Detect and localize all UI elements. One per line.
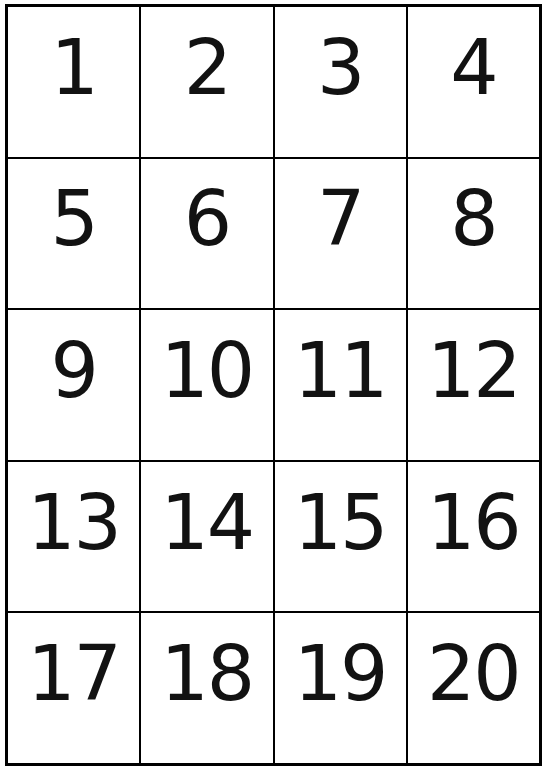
number-label-10: 10 — [161, 333, 254, 409]
number-card-11: 11 — [275, 310, 406, 460]
number-card-19: 19 — [275, 613, 406, 763]
number-label-19: 19 — [294, 636, 387, 712]
number-card-7: 7 — [275, 159, 406, 309]
number-label-4: 4 — [450, 30, 496, 106]
number-card-8: 8 — [408, 159, 539, 309]
number-card-13: 13 — [8, 462, 139, 612]
number-card-5: 5 — [8, 159, 139, 309]
number-card-2: 2 — [141, 7, 272, 157]
number-label-8: 8 — [450, 181, 496, 257]
number-chart-grid: 1 2 3 4 5 6 7 8 9 10 11 12 13 14 15 16 1… — [5, 4, 542, 766]
number-card-18: 18 — [141, 613, 272, 763]
number-card-6: 6 — [141, 159, 272, 309]
number-card-4: 4 — [408, 7, 539, 157]
number-label-5: 5 — [50, 181, 96, 257]
number-card-20: 20 — [408, 613, 539, 763]
number-label-20: 20 — [427, 636, 520, 712]
number-label-18: 18 — [161, 636, 254, 712]
number-card-16: 16 — [408, 462, 539, 612]
number-label-6: 6 — [184, 181, 230, 257]
number-card-12: 12 — [408, 310, 539, 460]
number-card-14: 14 — [141, 462, 272, 612]
number-card-1: 1 — [8, 7, 139, 157]
number-label-7: 7 — [317, 181, 363, 257]
number-label-13: 13 — [27, 485, 120, 561]
number-label-3: 3 — [317, 30, 363, 106]
number-card-9: 9 — [8, 310, 139, 460]
number-label-14: 14 — [161, 485, 254, 561]
number-label-12: 12 — [427, 333, 520, 409]
number-label-2: 2 — [184, 30, 230, 106]
number-card-17: 17 — [8, 613, 139, 763]
number-label-9: 9 — [50, 333, 96, 409]
number-label-17: 17 — [27, 636, 120, 712]
number-card-3: 3 — [275, 7, 406, 157]
number-card-15: 15 — [275, 462, 406, 612]
number-label-15: 15 — [294, 485, 387, 561]
number-card-10: 10 — [141, 310, 272, 460]
number-label-16: 16 — [427, 485, 520, 561]
number-label-11: 11 — [294, 333, 387, 409]
number-chart-page: 1 2 3 4 5 6 7 8 9 10 11 12 13 14 15 16 1… — [0, 0, 547, 770]
number-label-1: 1 — [50, 30, 96, 106]
